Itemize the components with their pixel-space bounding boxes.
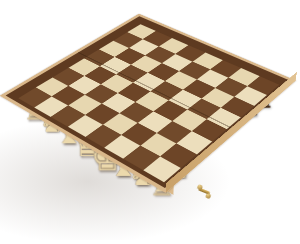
clasp-knob [197,184,204,191]
clasp-knob [205,193,212,200]
square-e2: ♟ [103,113,138,135]
product-photo: ♜♞♝♛♚♝♞♜♟♟♟♟♟♟♟♟♟♟♟♟♟♟♟♟♜♞♝♛♚♝♞♜ [0,0,300,244]
clasp-bar [198,188,210,195]
chess-board: ♜♞♝♛♚♝♞♜♟♟♟♟♟♟♟♟♟♟♟♟♟♟♟♟♜♞♝♛♚♝♞♜ [0,14,296,193]
square-a1: ♜ [18,88,51,108]
board-squares: ♜♞♝♛♚♝♞♜♟♟♟♟♟♟♟♟♟♟♟♟♟♟♟♟♜♞♝♛♚♝♞♜ [24,24,272,173]
board-frame: ♜♞♝♛♚♝♞♜♟♟♟♟♟♟♟♟♟♟♟♟♟♟♟♟♜♞♝♛♚♝♞♜ [6,16,291,188]
brass-clasp-icon [194,183,215,201]
